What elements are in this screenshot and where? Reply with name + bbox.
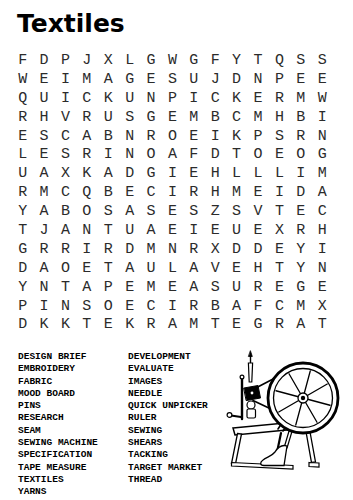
grid-cell: G — [140, 51, 161, 70]
grid-cell: M — [290, 89, 311, 108]
grid-cell: A — [183, 278, 204, 297]
grid-cell: E — [119, 183, 140, 202]
grid-cell: E — [183, 164, 204, 183]
grid-cell: G — [290, 278, 311, 297]
grid-cell: S — [205, 278, 226, 297]
grid-cell: A — [119, 202, 140, 221]
grid-cell: B — [98, 127, 119, 146]
grid-cell: S — [119, 108, 140, 127]
grid-cell: R — [76, 108, 97, 127]
grid-cell: S — [311, 51, 332, 70]
grid-cell: L — [162, 259, 183, 278]
grid-cell: D — [12, 259, 33, 278]
grid-cell: S — [98, 202, 119, 221]
grid-cell: I — [162, 164, 183, 183]
grid-cell: V — [247, 202, 268, 221]
spinning-wheel-illustration — [225, 348, 353, 498]
grid-cell: R — [55, 240, 76, 259]
grid-cell: N — [162, 240, 183, 259]
word-list-right: DEVELOPMENTEVALUATEIMAGESNEEDLEQUICK UNP… — [128, 351, 208, 486]
grid-cell: R — [76, 145, 97, 164]
grid-cell: D — [247, 240, 268, 259]
grid-cell: E — [162, 278, 183, 297]
grid-cell: E — [205, 221, 226, 240]
grid-cell: S — [76, 297, 97, 316]
grid-cell: I — [311, 240, 332, 259]
grid-cell: Y — [12, 202, 33, 221]
word-list-item: TACKING — [128, 449, 208, 461]
grid-cell: E — [33, 70, 54, 89]
word-list-item: DESIGN BRIEF — [18, 351, 98, 363]
grid-cell: G — [140, 108, 161, 127]
grid-cell: P — [55, 51, 76, 70]
grid-cell: O — [140, 145, 161, 164]
grid-cell: A — [76, 278, 97, 297]
grid-cell: O — [98, 297, 119, 316]
grid-cell: P — [247, 127, 268, 146]
grid-cell: P — [12, 297, 33, 316]
grid-cell: C — [311, 202, 332, 221]
grid-cell: L — [12, 145, 33, 164]
grid-cell: F — [12, 51, 33, 70]
grid-cell: H — [33, 108, 54, 127]
grid-cell: A — [98, 164, 119, 183]
grid-cell: L — [247, 164, 268, 183]
grid-cell: V — [55, 108, 76, 127]
grid-cell: R — [269, 89, 290, 108]
grid-cell: Y — [12, 278, 33, 297]
grid-cell: D — [119, 240, 140, 259]
grid-cell: C — [55, 183, 76, 202]
grid-cell: P — [269, 70, 290, 89]
word-list-item: YARNS — [18, 486, 98, 498]
grid-cell: Y — [226, 51, 247, 70]
grid-cell: A — [33, 202, 54, 221]
grid-cell: X — [269, 221, 290, 240]
grid-cell: E — [162, 221, 183, 240]
grid-cell: E — [162, 108, 183, 127]
grid-cell: L — [119, 51, 140, 70]
grid-cell: E — [247, 89, 268, 108]
grid-cell: I — [269, 183, 290, 202]
grid-cell: T — [12, 221, 33, 240]
grid-cell: M — [140, 240, 161, 259]
word-list-item: TAPE MEASURE — [18, 462, 98, 474]
grid-cell: E — [98, 315, 119, 334]
grid-cell: I — [290, 164, 311, 183]
grid-cell: E — [247, 183, 268, 202]
grid-cell: S — [55, 145, 76, 164]
grid-cell: I — [162, 297, 183, 316]
grid-cell: D — [226, 70, 247, 89]
grid-cell: B — [55, 202, 76, 221]
grid-cell: U — [33, 89, 54, 108]
grid-cell: C — [226, 108, 247, 127]
grid-cell: T — [55, 278, 76, 297]
grid-cell: M — [183, 108, 204, 127]
word-list-item: TEXTILES — [18, 474, 98, 486]
grid-cell: T — [76, 315, 97, 334]
grid-cell: O — [55, 259, 76, 278]
grid-cell: Q — [269, 51, 290, 70]
grid-cell: S — [269, 127, 290, 146]
grid-cell: G — [183, 51, 204, 70]
grid-cell: R — [33, 240, 54, 259]
grid-cell: A — [140, 221, 161, 240]
grid-cell: I — [162, 183, 183, 202]
grid-cell: D — [119, 164, 140, 183]
grid-cell: U — [119, 89, 140, 108]
grid-cell: M — [247, 108, 268, 127]
grid-cell: W — [12, 70, 33, 89]
grid-cell: N — [119, 145, 140, 164]
word-list-item: IMAGES — [128, 376, 208, 388]
grid-cell: E — [290, 70, 311, 89]
grid-cell: T — [226, 145, 247, 164]
grid-cell: C — [205, 89, 226, 108]
grid-cell: A — [55, 221, 76, 240]
grid-cell: M — [311, 164, 332, 183]
grid-cell: W — [311, 89, 332, 108]
grid-cell: K — [76, 164, 97, 183]
grid-cell: K — [226, 127, 247, 146]
word-search-grid: FDPJXLGWGFYTQSSWEIMAGESUJDNPEEQUICKUNPIC… — [12, 51, 333, 334]
grid-cell: I — [33, 297, 54, 316]
word-list-item: RESEARCH — [18, 412, 98, 424]
word-list-item: SEWING — [128, 425, 208, 437]
grid-cell: Q — [76, 183, 97, 202]
grid-cell: J — [76, 51, 97, 70]
word-list-item: EVALUATE — [128, 363, 208, 375]
grid-cell: O — [290, 145, 311, 164]
grid-cell: X — [55, 164, 76, 183]
grid-cell: C — [140, 297, 161, 316]
word-list-item: THREAD — [128, 474, 208, 486]
grid-cell: C — [76, 89, 97, 108]
word-list-item: SEAM — [18, 425, 98, 437]
grid-cell: C — [269, 297, 290, 316]
grid-cell: L — [226, 164, 247, 183]
grid-cell: E — [33, 145, 54, 164]
grid-cell: O — [76, 202, 97, 221]
grid-cell: H — [205, 183, 226, 202]
grid-cell: T — [247, 51, 268, 70]
word-list-item: NEEDLE — [128, 388, 208, 400]
grid-cell: B — [205, 297, 226, 316]
grid-cell: A — [290, 315, 311, 334]
grid-cell: C — [55, 127, 76, 146]
grid-cell: E — [311, 70, 332, 89]
grid-cell: U — [119, 221, 140, 240]
grid-cell: A — [226, 297, 247, 316]
word-list-item: MOOD BOARD — [18, 388, 98, 400]
grid-cell: G — [119, 70, 140, 89]
word-list-item: EMBROIDERY — [18, 363, 98, 375]
grid-cell: Q — [12, 89, 33, 108]
grid-cell: M — [183, 315, 204, 334]
grid-cell: D — [12, 315, 33, 334]
grid-cell: K — [119, 315, 140, 334]
page-title: Textiles — [17, 9, 125, 38]
grid-cell: N — [55, 297, 76, 316]
grid-cell: A — [76, 127, 97, 146]
grid-cell: E — [183, 127, 204, 146]
grid-cell: M — [76, 70, 97, 89]
grid-cell: J — [33, 221, 54, 240]
grid-cell: B — [205, 108, 226, 127]
grid-cell: I — [183, 89, 204, 108]
grid-cell: E — [269, 145, 290, 164]
grid-cell: F — [183, 145, 204, 164]
grid-cell: U — [183, 70, 204, 89]
grid-cell: D — [33, 51, 54, 70]
grid-cell: I — [76, 240, 97, 259]
grid-cell: W — [162, 51, 183, 70]
grid-cell: E — [311, 278, 332, 297]
grid-cell: O — [247, 145, 268, 164]
grid-cell: U — [226, 278, 247, 297]
grid-cell: I — [98, 145, 119, 164]
grid-cell: E — [226, 259, 247, 278]
grid-cell: M — [140, 278, 161, 297]
grid-cell: D — [290, 183, 311, 202]
grid-cell: P — [98, 278, 119, 297]
grid-cell: D — [205, 145, 226, 164]
grid-cell: U — [226, 221, 247, 240]
grid-cell: T — [311, 315, 332, 334]
worksheet-page: Textiles FDPJXLGWGFYTQSSWEIMAGESUJDNPEEQ… — [0, 0, 353, 500]
grid-cell: P — [162, 89, 183, 108]
word-list-item: SEWING MACHINE — [18, 437, 98, 449]
grid-cell: N — [311, 127, 332, 146]
grid-cell: A — [33, 164, 54, 183]
grid-cell: I — [311, 108, 332, 127]
grid-cell: E — [269, 278, 290, 297]
grid-cell: F — [205, 51, 226, 70]
word-list-item: PINS — [18, 400, 98, 412]
grid-cell: E — [247, 221, 268, 240]
grid-cell: N — [119, 127, 140, 146]
grid-cell: I — [183, 221, 204, 240]
grid-cell: T — [98, 221, 119, 240]
grid-cell: B — [290, 108, 311, 127]
grid-cell: T — [205, 315, 226, 334]
grid-cell: S — [290, 51, 311, 70]
grid-cell: A — [183, 259, 204, 278]
grid-cell: L — [269, 164, 290, 183]
grid-cell: F — [247, 297, 268, 316]
grid-cell: G — [140, 164, 161, 183]
word-list-left: DESIGN BRIEFEMBROIDERYFABRICMOOD BOARDPI… — [18, 351, 98, 499]
grid-cell: M — [33, 183, 54, 202]
grid-cell: G — [247, 315, 268, 334]
grid-cell: I — [55, 89, 76, 108]
grid-cell: X — [205, 240, 226, 259]
grid-cell: J — [205, 70, 226, 89]
grid-cell: E — [140, 70, 161, 89]
grid-cell: S — [140, 202, 161, 221]
grid-cell: K — [98, 89, 119, 108]
grid-cell: E — [226, 315, 247, 334]
word-list-item: SHEARS — [128, 437, 208, 449]
grid-cell: G — [311, 145, 332, 164]
grid-cell: T — [269, 259, 290, 278]
grid-cell: U — [98, 108, 119, 127]
grid-cell: S — [162, 70, 183, 89]
grid-cell: R — [290, 127, 311, 146]
grid-cell: R — [247, 278, 268, 297]
grid-cell: A — [162, 315, 183, 334]
grid-cell: N — [311, 259, 332, 278]
grid-cell: E — [290, 202, 311, 221]
word-list-item: RULER — [128, 412, 208, 424]
grid-cell: R — [12, 183, 33, 202]
grid-cell: N — [247, 70, 268, 89]
grid-cell: C — [140, 183, 161, 202]
grid-cell: H — [269, 108, 290, 127]
grid-cell: M — [290, 297, 311, 316]
grid-cell: R — [140, 315, 161, 334]
grid-cell: E — [12, 127, 33, 146]
grid-cell: G — [12, 240, 33, 259]
grid-cell: U — [140, 259, 161, 278]
grid-cell: N — [76, 221, 97, 240]
grid-cell: E — [119, 297, 140, 316]
grid-cell: R — [290, 221, 311, 240]
grid-cell: A — [311, 183, 332, 202]
grid-cell: I — [205, 127, 226, 146]
grid-cell: M — [226, 183, 247, 202]
word-list-item: QUICK UNPICKER — [128, 400, 208, 412]
grid-cell: E — [119, 278, 140, 297]
grid-cell: R — [140, 127, 161, 146]
grid-cell: Y — [290, 259, 311, 278]
grid-cell: Y — [290, 240, 311, 259]
grid-cell: B — [98, 183, 119, 202]
grid-cell: I — [55, 70, 76, 89]
grid-cell: H — [247, 259, 268, 278]
grid-cell: H — [311, 221, 332, 240]
grid-cell: U — [12, 164, 33, 183]
grid-cell: N — [140, 89, 161, 108]
grid-cell: N — [33, 278, 54, 297]
grid-cell: H — [205, 164, 226, 183]
grid-cell: D — [226, 240, 247, 259]
grid-cell: R — [12, 108, 33, 127]
grid-cell: T — [98, 259, 119, 278]
grid-cell: A — [119, 259, 140, 278]
grid-cell: A — [162, 145, 183, 164]
grid-cell: K — [55, 315, 76, 334]
word-list-item: DEVELOPMENT — [128, 351, 208, 363]
grid-cell: O — [162, 127, 183, 146]
grid-cell: X — [98, 51, 119, 70]
grid-cell: A — [33, 259, 54, 278]
word-list-item: SPECIFICATION — [18, 449, 98, 461]
grid-cell: S — [33, 127, 54, 146]
grid-cell: E — [269, 240, 290, 259]
grid-cell: E — [162, 202, 183, 221]
word-list-item: TARGET MARKET — [128, 462, 208, 474]
grid-cell: A — [98, 70, 119, 89]
grid-cell: K — [33, 315, 54, 334]
grid-cell: T — [269, 202, 290, 221]
grid-cell: X — [311, 297, 332, 316]
grid-cell: R — [98, 240, 119, 259]
grid-cell: K — [226, 89, 247, 108]
word-list-item: FABRIC — [18, 376, 98, 388]
grid-cell: S — [183, 202, 204, 221]
grid-cell: V — [205, 259, 226, 278]
grid-cell: R — [183, 297, 204, 316]
grid-cell: R — [269, 315, 290, 334]
grid-cell: R — [183, 183, 204, 202]
grid-cell: S — [226, 202, 247, 221]
grid-cell: R — [183, 240, 204, 259]
grid-cell: Z — [205, 202, 226, 221]
grid-cell: E — [76, 259, 97, 278]
